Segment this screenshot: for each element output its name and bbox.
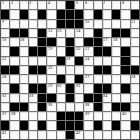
crossword-cell[interactable] <box>121 20 129 28</box>
crossword-cell[interactable]: 34 <box>103 94 111 102</box>
crossword-cell[interactable] <box>38 75 46 83</box>
crossword-cell[interactable]: 7 <box>103 1 111 9</box>
crossword-cell[interactable] <box>121 38 129 46</box>
crossword-cell[interactable] <box>10 131 18 139</box>
crossword-cell <box>94 84 102 92</box>
crossword-cell[interactable] <box>57 66 65 74</box>
crossword-cell[interactable]: 14 <box>75 29 83 37</box>
crossword-cell[interactable] <box>38 20 46 28</box>
crossword-cell[interactable]: 21 <box>84 47 92 55</box>
crossword-cell[interactable]: 26 <box>1 75 9 83</box>
crossword-cell <box>75 112 83 120</box>
crossword-cell[interactable] <box>112 84 120 92</box>
crossword-cell[interactable]: 16 <box>20 38 28 46</box>
clue-number: 29 <box>48 84 52 88</box>
crossword-cell[interactable]: 24 <box>84 57 92 65</box>
crossword-cell <box>66 84 74 92</box>
crossword-cell <box>38 47 46 55</box>
crossword-cell <box>1 66 9 74</box>
crossword-cell <box>1 121 9 129</box>
crossword-cell[interactable] <box>10 121 18 129</box>
crossword-cell[interactable] <box>75 38 83 46</box>
crossword-cell[interactable] <box>121 94 129 102</box>
crossword-cell[interactable]: 6 <box>84 1 92 9</box>
crossword-cell[interactable] <box>20 112 28 120</box>
crossword-grid: 1234567891011121314151617181920212223242… <box>0 0 140 140</box>
clue-number: 3 <box>29 1 31 5</box>
crossword-cell <box>131 10 139 18</box>
clue-number: 4 <box>48 1 50 5</box>
crossword-cell[interactable]: 4 <box>47 1 55 9</box>
crossword-cell[interactable] <box>121 10 129 18</box>
crossword-cell[interactable] <box>103 29 111 37</box>
crossword-cell <box>38 66 46 74</box>
crossword-cell[interactable] <box>29 112 37 120</box>
clue-number: 18 <box>113 38 117 42</box>
crossword-cell[interactable] <box>112 131 120 139</box>
crossword-cell <box>66 131 74 139</box>
crossword-cell[interactable] <box>1 103 9 111</box>
crossword-cell <box>57 75 65 83</box>
clue-number: 34 <box>103 94 107 98</box>
crossword-cell[interactable] <box>131 112 139 120</box>
crossword-cell[interactable] <box>47 75 55 83</box>
crossword-cell <box>38 38 46 46</box>
crossword-cell[interactable] <box>29 131 37 139</box>
crossword-cell[interactable]: 1 <box>1 1 9 9</box>
crossword-cell[interactable] <box>66 66 74 74</box>
crossword-cell[interactable]: 19 <box>47 47 55 55</box>
crossword-cell[interactable] <box>29 20 37 28</box>
crossword-cell[interactable] <box>20 57 28 65</box>
crossword-cell <box>103 84 111 92</box>
crossword-cell <box>47 94 55 102</box>
crossword-cell[interactable] <box>38 131 46 139</box>
crossword-cell[interactable] <box>84 10 92 18</box>
clue-number: 5 <box>76 1 78 5</box>
crossword-cell[interactable] <box>29 121 37 129</box>
crossword-cell[interactable] <box>131 38 139 46</box>
crossword-cell <box>112 121 120 129</box>
crossword-cell[interactable] <box>66 75 74 83</box>
clue-number: 38 <box>11 112 15 116</box>
crossword-cell[interactable]: 15 <box>1 38 9 46</box>
crossword-cell[interactable] <box>112 94 120 102</box>
crossword-cell[interactable] <box>112 75 120 83</box>
crossword-cell[interactable] <box>10 94 18 102</box>
crossword-cell <box>57 121 65 129</box>
clue-number: 13 <box>57 29 61 33</box>
clue-number: 39 <box>85 112 89 116</box>
crossword-cell <box>131 66 139 74</box>
crossword-cell <box>38 121 46 129</box>
clue-number: 30 <box>57 84 61 88</box>
crossword-cell[interactable] <box>38 57 46 65</box>
crossword-cell[interactable] <box>121 131 129 139</box>
clue-number: 11 <box>131 20 135 24</box>
crossword-cell <box>121 29 129 37</box>
crossword-cell[interactable] <box>103 121 111 129</box>
clue-number: 10 <box>85 20 89 24</box>
crossword-cell <box>84 94 92 102</box>
crossword-cell[interactable] <box>57 103 65 111</box>
crossword-cell[interactable]: 13 <box>57 29 65 37</box>
crossword-cell <box>57 20 65 28</box>
crossword-cell[interactable] <box>75 66 83 74</box>
crossword-cell[interactable]: 9 <box>1 20 9 28</box>
crossword-cell[interactable] <box>66 103 74 111</box>
crossword-cell <box>38 10 46 18</box>
crossword-cell <box>66 1 74 9</box>
crossword-cell <box>121 57 129 65</box>
crossword-cell[interactable] <box>112 1 120 9</box>
crossword-cell <box>112 103 120 111</box>
crossword-cell <box>66 20 74 28</box>
crossword-cell <box>103 66 111 74</box>
crossword-cell <box>121 103 129 111</box>
crossword-cell[interactable] <box>57 47 65 55</box>
crossword-cell[interactable]: 18 <box>112 38 120 46</box>
clue-number: 17 <box>103 38 107 42</box>
crossword-cell[interactable] <box>47 57 55 65</box>
crossword-cell <box>94 121 102 129</box>
crossword-cell[interactable] <box>10 10 18 18</box>
crossword-cell[interactable]: 35 <box>47 103 55 111</box>
crossword-cell[interactable] <box>131 131 139 139</box>
crossword-cell[interactable] <box>47 20 55 28</box>
crossword-cell[interactable] <box>57 131 65 139</box>
clue-number: 42 <box>76 131 80 135</box>
crossword-cell[interactable]: 39 <box>84 112 92 120</box>
crossword-cell[interactable]: 5 <box>75 1 83 9</box>
crossword-cell <box>1 10 9 18</box>
crossword-cell[interactable] <box>1 84 9 92</box>
clue-number: 16 <box>20 38 24 42</box>
crossword-cell[interactable] <box>38 112 46 120</box>
crossword-cell[interactable] <box>1 29 9 37</box>
crossword-cell[interactable] <box>103 112 111 120</box>
crossword-cell <box>131 121 139 129</box>
crossword-cell[interactable] <box>29 103 37 111</box>
clue-number: 40 <box>122 112 126 116</box>
clue-number: 6 <box>85 1 87 5</box>
crossword-cell <box>121 47 129 55</box>
crossword-cell <box>20 121 28 129</box>
crossword-cell <box>10 84 18 92</box>
crossword-cell[interactable] <box>20 131 28 139</box>
clue-number: 26 <box>2 75 6 79</box>
clue-number: 12 <box>48 29 52 33</box>
crossword-cell[interactable] <box>131 57 139 65</box>
clue-number: 1 <box>2 1 4 5</box>
crossword-cell[interactable]: 12 <box>47 29 55 37</box>
clue-number: 15 <box>2 38 6 42</box>
crossword-cell[interactable] <box>47 121 55 129</box>
clue-number: 35 <box>48 103 52 107</box>
clue-number: 27 <box>85 75 89 79</box>
crossword-cell <box>66 112 74 120</box>
crossword-cell[interactable]: 28 <box>131 75 139 83</box>
crossword-cell[interactable] <box>103 57 111 65</box>
crossword-cell[interactable] <box>94 1 102 9</box>
crossword-cell[interactable]: 3 <box>29 1 37 9</box>
crossword-cell[interactable] <box>84 29 92 37</box>
crossword-cell <box>20 29 28 37</box>
crossword-cell[interactable] <box>75 94 83 102</box>
crossword-cell[interactable] <box>29 57 37 65</box>
crossword-cell[interactable] <box>20 47 28 55</box>
crossword-cell <box>75 10 83 18</box>
crossword-cell[interactable] <box>10 57 18 65</box>
crossword-cell <box>94 47 102 55</box>
crossword-cell <box>94 94 102 102</box>
crossword-cell[interactable] <box>47 112 55 120</box>
crossword-cell <box>38 29 46 37</box>
crossword-cell[interactable]: 32 <box>1 94 9 102</box>
crossword-cell[interactable] <box>131 103 139 111</box>
clue-number: 25 <box>48 66 52 70</box>
crossword-cell[interactable] <box>112 57 120 65</box>
crossword-cell[interactable] <box>20 75 28 83</box>
crossword-cell <box>38 103 46 111</box>
crossword-cell[interactable] <box>94 75 102 83</box>
crossword-cell <box>94 10 102 18</box>
crossword-cell[interactable] <box>121 121 129 129</box>
crossword-cell <box>29 47 37 55</box>
crossword-cell <box>10 103 18 111</box>
clue-number: 20 <box>76 47 80 51</box>
crossword-cell[interactable] <box>94 57 102 65</box>
clue-number: 19 <box>48 47 52 51</box>
crossword-cell[interactable] <box>10 38 18 46</box>
crossword-cell <box>103 47 111 55</box>
crossword-cell <box>121 84 129 92</box>
crossword-cell[interactable] <box>112 47 120 55</box>
crossword-cell <box>57 57 65 65</box>
crossword-cell <box>112 10 120 18</box>
crossword-cell <box>66 47 74 55</box>
crossword-cell[interactable] <box>103 103 111 111</box>
crossword-cell[interactable]: 29 <box>47 84 55 92</box>
crossword-cell[interactable] <box>112 66 120 74</box>
clue-number: 33 <box>29 94 33 98</box>
crossword-cell <box>112 29 120 37</box>
crossword-cell[interactable] <box>20 84 28 92</box>
crossword-cell[interactable] <box>84 66 92 74</box>
crossword-cell <box>66 121 74 129</box>
crossword-cell[interactable]: 2 <box>10 1 18 9</box>
clue-number: 23 <box>66 57 70 61</box>
clue-number: 37 <box>2 112 6 116</box>
crossword-cell[interactable] <box>103 131 111 139</box>
crossword-cell <box>47 38 55 46</box>
crossword-cell <box>75 121 83 129</box>
clue-number: 8 <box>122 1 124 5</box>
crossword-cell[interactable] <box>131 1 139 9</box>
crossword-cell[interactable]: 36 <box>84 103 92 111</box>
crossword-cell[interactable]: 10 <box>84 20 92 28</box>
crossword-cell <box>94 66 102 74</box>
crossword-cell[interactable] <box>38 1 46 9</box>
crossword-cell[interactable] <box>121 75 129 83</box>
crossword-cell[interactable] <box>131 47 139 55</box>
crossword-cell[interactable]: 37 <box>1 112 9 120</box>
crossword-cell[interactable] <box>84 84 92 92</box>
crossword-cell <box>10 47 18 55</box>
crossword-cell[interactable] <box>29 10 37 18</box>
crossword-cell[interactable] <box>103 20 111 28</box>
crossword-cell <box>10 66 18 74</box>
crossword-cell[interactable]: 41 <box>1 131 9 139</box>
crossword-cell[interactable] <box>131 84 139 92</box>
clue-number: 21 <box>85 47 89 51</box>
clue-number: 24 <box>85 57 89 61</box>
crossword-cell[interactable] <box>20 1 28 9</box>
crossword-cell[interactable] <box>131 94 139 102</box>
clue-number: 31 <box>76 84 80 88</box>
crossword-cell[interactable]: 40 <box>121 112 129 120</box>
crossword-cell[interactable] <box>29 29 37 37</box>
crossword-cell <box>75 20 83 28</box>
crossword-cell[interactable] <box>131 29 139 37</box>
crossword-cell <box>121 66 129 74</box>
crossword-cell[interactable]: 20 <box>75 47 83 55</box>
clue-number: 32 <box>2 94 6 98</box>
crossword-cell[interactable] <box>20 66 28 74</box>
crossword-cell[interactable]: 30 <box>57 84 65 92</box>
crossword-cell[interactable] <box>103 75 111 83</box>
crossword-cell <box>57 10 65 18</box>
crossword-cell <box>57 112 65 120</box>
crossword-cell <box>94 38 102 46</box>
clue-number: 36 <box>85 103 89 107</box>
crossword-cell[interactable] <box>10 20 18 28</box>
clue-number: 22 <box>2 57 6 61</box>
crossword-cell[interactable]: 31 <box>75 84 83 92</box>
crossword-cell <box>84 38 92 46</box>
crossword-cell[interactable]: 8 <box>121 1 129 9</box>
crossword-cell[interactable] <box>20 94 28 102</box>
crossword-cell[interactable] <box>29 38 37 46</box>
crossword-cell[interactable] <box>47 10 55 18</box>
clue-number: 9 <box>2 20 4 24</box>
crossword-cell[interactable] <box>57 1 65 9</box>
crossword-cell[interactable] <box>75 103 83 111</box>
crossword-cell <box>75 57 83 65</box>
crossword-cell[interactable] <box>10 75 18 83</box>
crossword-cell[interactable] <box>84 131 92 139</box>
crossword-cell[interactable] <box>66 29 74 37</box>
crossword-cell <box>66 38 74 46</box>
crossword-cell[interactable]: 42 <box>75 131 83 139</box>
crossword-cell[interactable]: 25 <box>47 66 55 74</box>
crossword-cell[interactable] <box>20 20 28 28</box>
crossword-cell[interactable] <box>1 47 9 55</box>
crossword-cell[interactable] <box>57 38 65 46</box>
crossword-cell <box>75 75 83 83</box>
crossword-cell[interactable] <box>112 20 120 28</box>
crossword-cell <box>29 84 37 92</box>
crossword-cell <box>66 94 74 102</box>
crossword-cell <box>38 94 46 102</box>
crossword-cell <box>94 29 102 37</box>
crossword-cell[interactable] <box>47 131 55 139</box>
crossword-cell <box>20 10 28 18</box>
crossword-cell[interactable] <box>94 112 102 120</box>
crossword-cell[interactable] <box>94 131 102 139</box>
clue-number: 14 <box>76 29 80 33</box>
crossword-cell[interactable] <box>84 121 92 129</box>
crossword-cell[interactable]: 33 <box>29 94 37 102</box>
crossword-cell[interactable] <box>112 112 120 120</box>
crossword-cell <box>20 103 28 111</box>
crossword-cell[interactable] <box>57 94 65 102</box>
crossword-cell <box>10 29 18 37</box>
crossword-cell <box>38 84 46 92</box>
crossword-cell[interactable]: 22 <box>1 57 9 65</box>
crossword-cell[interactable]: 38 <box>10 112 18 120</box>
crossword-cell[interactable]: 11 <box>131 20 139 28</box>
crossword-cell[interactable] <box>103 10 111 18</box>
crossword-cell[interactable] <box>94 20 102 28</box>
clue-number: 41 <box>2 131 6 135</box>
crossword-cell[interactable] <box>29 75 37 83</box>
crossword-cell[interactable]: 27 <box>84 75 92 83</box>
crossword-cell <box>94 103 102 111</box>
crossword-cell <box>29 66 37 74</box>
clue-number: 28 <box>131 75 135 79</box>
clue-number: 7 <box>103 1 105 5</box>
crossword-cell[interactable]: 17 <box>103 38 111 46</box>
crossword-cell[interactable]: 23 <box>66 57 74 65</box>
crossword-cell <box>66 10 74 18</box>
clue-number: 2 <box>11 1 13 5</box>
